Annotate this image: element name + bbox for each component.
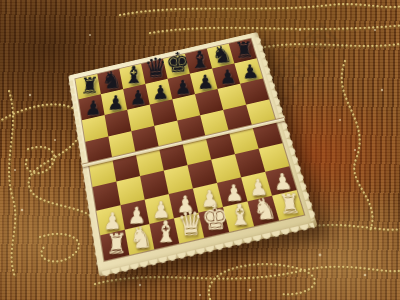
board-grid: ♜♞♝♛♚♝♞♜♟♟♟♟♟♟♟♟♟♟♟♟♟♟♟♟♜♞♝♛♚♝♞♜	[75, 39, 304, 261]
piece-white-rook[interactable]: ♜	[268, 190, 312, 219]
piece-black-pawn[interactable]: ♟	[231, 61, 269, 83]
photo-canvas: 摄图网 摄图网 摄图网 ♜♞♝♛♚♝♞♜♟♟♟♟♟♟♟♟♟♟♟♟♟♟♟♟♜♞♝♛…	[0, 0, 400, 300]
square-h1[interactable]: ♜	[272, 190, 304, 220]
